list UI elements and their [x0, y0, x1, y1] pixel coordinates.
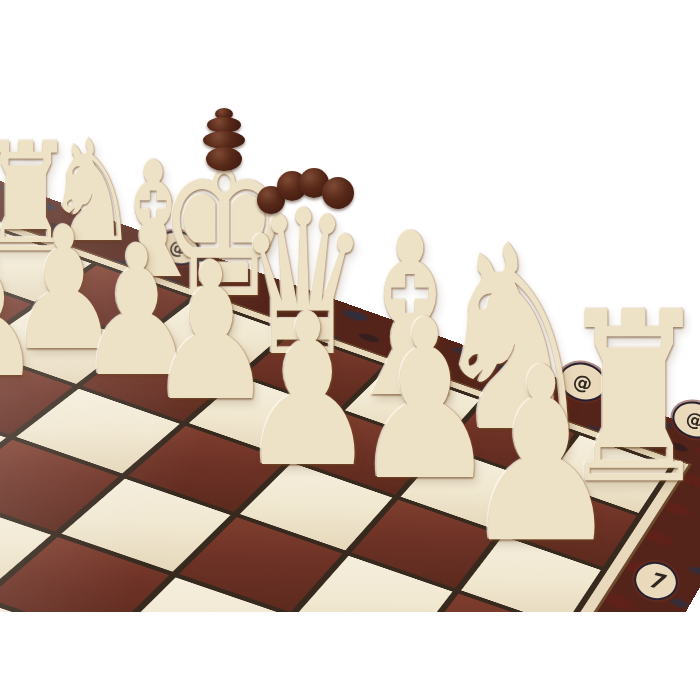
white-pawn-g2: ♟ — [461, 336, 620, 576]
product-photo: @ @ @ 7 ♜ ♞ ♝ ♚ ♛ ♝ ♞ ♜ ♟ ♟ ♟ ♟ ♟ ♟ ♟ — [0, 0, 700, 700]
white-pawn-a2: ♟ — [0, 227, 42, 402]
photo-frame: @ @ @ 7 ♜ ♞ ♝ ♚ ♛ ♝ ♞ ♜ ♟ ♟ ♟ ♟ ♟ ♟ ♟ — [0, 0, 700, 612]
